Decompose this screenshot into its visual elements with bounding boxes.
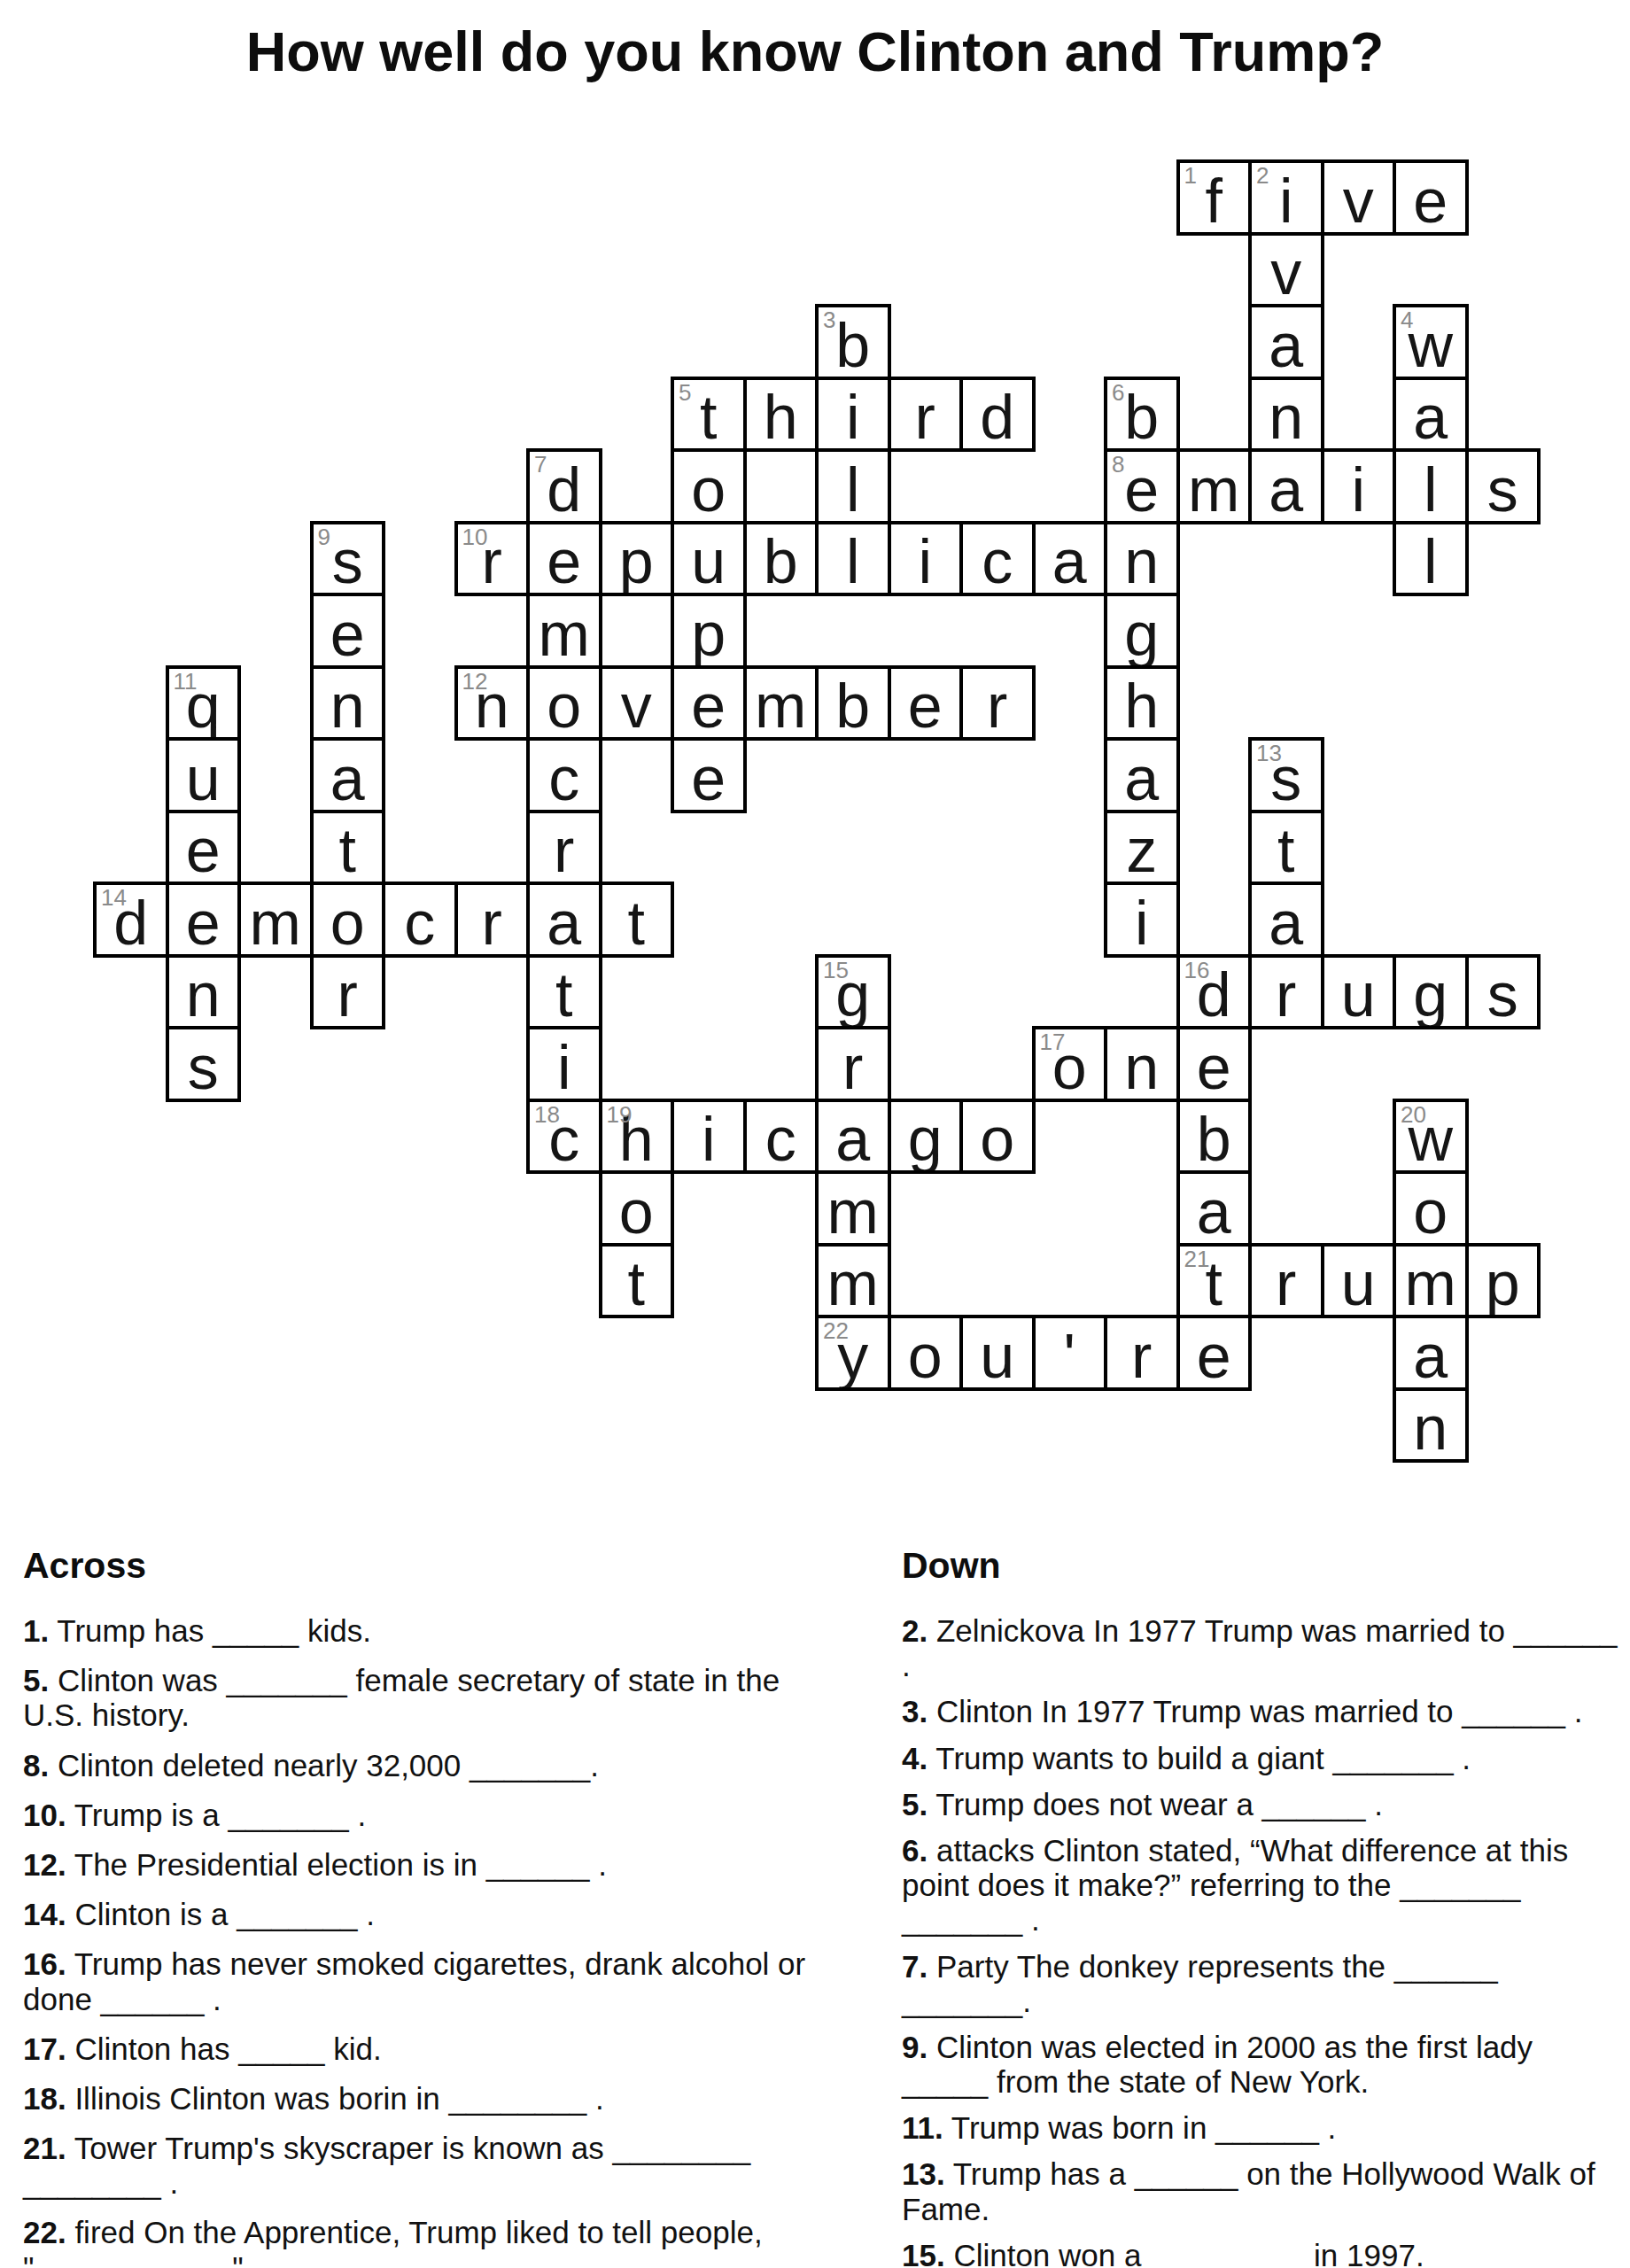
- cell-letter: o: [547, 675, 581, 737]
- cell-letter: r: [1276, 964, 1296, 1026]
- cell-number: 1: [1184, 164, 1197, 187]
- clue-text: Clinton was elected in 2000 as the first…: [902, 2030, 1533, 2099]
- cell-letter: e: [1124, 459, 1159, 521]
- clue-text: fired On the Apprentice, Trump liked to …: [23, 2215, 763, 2268]
- cell-number: 22: [823, 1319, 849, 1342]
- clue-number: 3.: [902, 1694, 928, 1728]
- cell-letter: o: [330, 892, 365, 954]
- cell-letter: i: [846, 386, 860, 448]
- cell-letter: l: [1424, 459, 1438, 521]
- cell-letter: n: [1413, 1397, 1448, 1459]
- cell-letter: e: [1413, 170, 1448, 232]
- grid-cell: e: [167, 812, 240, 884]
- cell-letter: f: [1206, 170, 1222, 232]
- grid-cell: e: [1394, 161, 1467, 234]
- grid-cell: m: [1394, 1245, 1467, 1317]
- grid-cell: s: [1467, 956, 1540, 1029]
- cell-letter: m: [827, 1181, 879, 1243]
- clue: 5. Trump does not wear a ______ .: [902, 1787, 1624, 1821]
- cell-number: 2: [1256, 164, 1269, 187]
- clue: 13. Trump has a ______ on the Hollywood …: [902, 2156, 1624, 2225]
- grid-cell: e: [312, 594, 384, 667]
- clue: 7. Party The donkey represents the _____…: [902, 1949, 1624, 2018]
- grid-cell: 17o: [1034, 1028, 1106, 1100]
- cell-letter: c: [548, 748, 579, 810]
- grid-cell: 21t: [1178, 1245, 1251, 1317]
- grid-cell: n: [1106, 1028, 1178, 1100]
- grid-cell: 8e: [1106, 450, 1178, 523]
- grid-cell: b: [745, 523, 818, 595]
- clue-number: 11.: [902, 2110, 943, 2145]
- grid-cell: r: [961, 667, 1034, 740]
- cell-letter: s: [1487, 964, 1518, 1026]
- grid-cell: r: [1250, 1245, 1323, 1317]
- grid-cell: 2i: [1250, 161, 1323, 234]
- clue-number: 15.: [902, 2238, 945, 2268]
- cell-letter: t: [1277, 819, 1294, 882]
- grid-cell: t: [528, 956, 601, 1029]
- cell-letter: i: [1351, 459, 1365, 521]
- cell-letter: m: [1405, 1253, 1456, 1315]
- down-clue-list: 2. Zelnickova In 1977 Trump was married …: [902, 1613, 1624, 2268]
- grid-cell: d: [961, 378, 1034, 451]
- grid-cell: o: [312, 883, 384, 956]
- cell-number: 4: [1401, 308, 1413, 331]
- grid-cell: v: [1250, 234, 1323, 307]
- cell-letter: p: [619, 531, 654, 593]
- clue: 2. Zelnickova In 1977 Trump was married …: [902, 1613, 1624, 1682]
- clue-text: Trump has never smoked cigarettes, drank…: [23, 1946, 805, 2016]
- grid-cell: 1f: [1178, 161, 1251, 234]
- grid-cell: ': [1034, 1317, 1106, 1389]
- grid-cell: s: [167, 1028, 240, 1100]
- grid-cell: l: [817, 450, 889, 523]
- cell-letter: r: [338, 964, 358, 1026]
- cell-letter: m: [755, 675, 806, 737]
- clue-number: 5.: [902, 1787, 928, 1821]
- cell-letter: o: [691, 459, 726, 521]
- clue: 1. Trump has _____ kids.: [23, 1613, 820, 1648]
- grid-cell: i: [1106, 883, 1178, 956]
- grid-cell: 10r: [456, 523, 529, 595]
- grid-cell: 3b: [817, 306, 889, 378]
- clue-number: 1.: [23, 1613, 49, 1648]
- cell-letter: d: [980, 386, 1014, 448]
- cell-letter: n: [1124, 531, 1159, 593]
- grid-cell: 14d: [95, 883, 167, 956]
- grid-cell: m: [745, 667, 818, 740]
- cell-letter: t: [700, 386, 717, 448]
- cell-number: 9: [318, 525, 330, 548]
- cell-letter: o: [908, 1325, 943, 1387]
- cell-letter: p: [1486, 1253, 1520, 1315]
- clue-number: 17.: [23, 2031, 66, 2066]
- grid-cell: n: [1394, 1389, 1467, 1462]
- cell-letter: b: [1197, 1108, 1231, 1170]
- clue-number: 16.: [23, 1946, 66, 1981]
- grid-cell: m: [817, 1245, 889, 1317]
- clue-number: 18.: [23, 2081, 66, 2116]
- grid-cell: 4w: [1394, 306, 1467, 378]
- cell-letter: g: [908, 1108, 943, 1170]
- cell-letter: r: [987, 675, 1007, 737]
- grid-cell: m: [817, 1172, 889, 1245]
- grid-cell: m: [239, 883, 312, 956]
- grid-cell: p: [672, 594, 745, 667]
- cell-letter: l: [846, 459, 860, 521]
- clue-text: Illinois Clinton was borin in ________ .: [74, 2081, 603, 2116]
- grid-cell: 18c: [528, 1100, 601, 1173]
- grid-cell: g: [1106, 594, 1178, 667]
- grid-cell: g: [1394, 956, 1467, 1029]
- grid-cell: r: [456, 883, 529, 956]
- grid-cell: n: [312, 667, 384, 740]
- clue-text: Trump wants to build a giant _______ .: [935, 1741, 1471, 1775]
- grid-cell: i: [889, 523, 962, 595]
- grid-cell: t: [601, 1245, 673, 1317]
- clue: 3. Clinton In 1977 Trump was married to …: [902, 1694, 1624, 1728]
- cell-letter: a: [1269, 315, 1303, 377]
- grid-cell: u: [961, 1317, 1034, 1389]
- cell-letter: c: [404, 892, 435, 954]
- cell-letter: t: [339, 819, 356, 882]
- grid-cell: 20w: [1394, 1100, 1467, 1173]
- cell-number: 15: [823, 959, 849, 982]
- cell-number: 8: [1112, 453, 1124, 476]
- cell-letter: c: [765, 1108, 796, 1170]
- clue-number: 9.: [902, 2030, 928, 2064]
- clue-text: Party The donkey represents the ______ _…: [902, 1949, 1498, 2018]
- cell-letter: e: [908, 675, 943, 737]
- cell-letter: n: [1269, 386, 1303, 448]
- grid-cell: n: [1250, 378, 1323, 451]
- cell-letter: l: [1424, 531, 1438, 593]
- grid-cell: 7d: [528, 450, 601, 523]
- cell-number: 18: [534, 1103, 560, 1126]
- cell-number: 12: [462, 670, 488, 693]
- grid-cell: a: [1250, 450, 1323, 523]
- grid-cell: r: [312, 956, 384, 1029]
- cell-letter: b: [1124, 386, 1159, 448]
- clue-number: 10.: [23, 1798, 66, 1832]
- clue-text: Clinton has _____ kid.: [74, 2031, 381, 2066]
- clue: 17. Clinton has _____ kid.: [23, 2031, 820, 2066]
- cell-number: 16: [1184, 959, 1210, 982]
- grid-cell: h: [745, 378, 818, 451]
- cell-letter: v: [1343, 170, 1374, 232]
- cell-letter: r: [482, 892, 502, 954]
- cell-number: 6: [1112, 381, 1124, 404]
- clue-text: Clinton deleted nearly 32,000 _______.: [58, 1748, 599, 1783]
- cell-letter: w: [1408, 315, 1453, 377]
- clue-text: The Presidential election is in ______ .: [74, 1847, 607, 1882]
- cell-letter: r: [842, 1037, 863, 1099]
- cell-letter: l: [846, 531, 860, 593]
- clue-number: 7.: [902, 1949, 928, 1984]
- grid-cell: t: [601, 883, 673, 956]
- cell-letter: m: [1188, 459, 1239, 521]
- grid-cell: t: [1250, 812, 1323, 884]
- grid-cell: a: [1178, 1172, 1251, 1245]
- grid-cell: i: [1323, 450, 1395, 523]
- grid-cell: m: [528, 594, 601, 667]
- cell-number: 7: [534, 453, 547, 476]
- clue-number: 8.: [23, 1748, 49, 1783]
- clue: 21. Tower Trump's skyscraper is known as…: [23, 2131, 820, 2200]
- across-heading: Across: [23, 1545, 820, 1587]
- clue-number: 6.: [902, 1833, 928, 1868]
- grid-cell: 12n: [456, 667, 529, 740]
- grid-cell: c: [961, 523, 1034, 595]
- cell-letter: a: [1269, 892, 1303, 954]
- cell-number: 20: [1401, 1103, 1426, 1126]
- clue-number: 5.: [23, 1663, 49, 1697]
- clue-number: 4.: [902, 1741, 928, 1775]
- clue: 15. Clinton won a _________ in 1997.: [902, 2238, 1624, 2268]
- cell-letter: o: [980, 1108, 1014, 1170]
- cell-letter: s: [332, 531, 363, 593]
- cell-letter: g: [1413, 964, 1448, 1026]
- cell-letter: a: [547, 892, 581, 954]
- grid-cell: l: [1394, 450, 1467, 523]
- cell-number: 19: [607, 1103, 633, 1126]
- cell-letter: i: [702, 1108, 716, 1170]
- cell-number: 3: [823, 308, 835, 331]
- grid-cell: r: [528, 812, 601, 884]
- grid-cell: z: [1106, 812, 1178, 884]
- cell-letter: s: [188, 1037, 219, 1099]
- grid-cell: 11q: [167, 667, 240, 740]
- clue-text: attacks Clinton stated, “What difference…: [902, 1833, 1568, 1937]
- grid-cell: e: [1178, 1317, 1251, 1389]
- cell-letter: r: [1131, 1325, 1152, 1387]
- cell-letter: u: [1341, 1253, 1376, 1315]
- clue-text: Trump was born in ______ .: [951, 2110, 1337, 2145]
- grid-cell: a: [528, 883, 601, 956]
- cell-letter: i: [1279, 170, 1293, 232]
- clue-text: Trump has a ______ on the Hollywood Walk…: [902, 2156, 1595, 2225]
- cell-letter: m: [827, 1253, 879, 1315]
- cell-letter: a: [1269, 459, 1303, 521]
- cell-letter: u: [980, 1325, 1014, 1387]
- cell-letter: v: [621, 675, 652, 737]
- grid-cell: o: [601, 1172, 673, 1245]
- cell-letter: u: [1341, 964, 1376, 1026]
- clue: 18. Illinois Clinton was borin in ______…: [23, 2081, 820, 2116]
- down-heading: Down: [902, 1545, 1624, 1587]
- grid-cell: g: [889, 1100, 962, 1173]
- cell-letter: i: [557, 1037, 571, 1099]
- cell-letter: e: [186, 819, 221, 882]
- cell-letter: n: [1124, 1037, 1159, 1099]
- cell-letter: a: [1197, 1181, 1231, 1243]
- cell-letter: e: [691, 748, 726, 810]
- clue: 6. attacks Clinton stated, “What differe…: [902, 1833, 1624, 1938]
- grid-cell: o: [672, 450, 745, 523]
- grid-cell: o: [889, 1317, 962, 1389]
- clue-text: Trump has _____ kids.: [57, 1613, 371, 1648]
- clue: 14. Clinton is a _______ .: [23, 1897, 820, 1931]
- grid-cell: l: [817, 523, 889, 595]
- grid-cell: u: [672, 523, 745, 595]
- cell-letter: b: [835, 315, 870, 377]
- clue-text: Zelnickova In 1977 Trump was married to …: [902, 1613, 1617, 1682]
- cell-number: 11: [174, 670, 198, 693]
- grid-cell: a: [1394, 1317, 1467, 1389]
- grid-cell: e: [167, 883, 240, 956]
- clue-text: Trump is a _______ .: [74, 1798, 366, 1832]
- clue-text: Tower Trump's skyscraper is known as ___…: [23, 2131, 750, 2200]
- cell-letter: r: [554, 819, 574, 882]
- crossword-grid: 1f2ivev3ba4w5third6bna7dol8emails9s10rep…: [95, 161, 1539, 1461]
- grid-cell: i: [528, 1028, 601, 1100]
- cell-letter: s: [1487, 459, 1518, 521]
- cell-letter: u: [186, 748, 221, 810]
- clue-text: Trump does not wear a ______ .: [935, 1787, 1383, 1821]
- cell-letter: i: [918, 531, 932, 593]
- grid-cell: c: [745, 1100, 818, 1173]
- grid-cell: p: [1467, 1245, 1540, 1317]
- cell-letter: a: [1124, 748, 1159, 810]
- grid-cell: n: [167, 956, 240, 1029]
- grid-cell: 16d: [1178, 956, 1251, 1029]
- cell-letter: m: [539, 603, 590, 665]
- cell-letter: d: [547, 459, 581, 521]
- cell-number: 17: [1040, 1030, 1066, 1053]
- grid-cell: b: [1178, 1100, 1251, 1173]
- grid-cell: l: [1394, 523, 1467, 595]
- cell-letter: o: [1413, 1181, 1448, 1243]
- grid-cell: r: [817, 1028, 889, 1100]
- grid-cell: 6b: [1106, 378, 1178, 451]
- grid-cell: e: [528, 523, 601, 595]
- grid-cell: a: [1106, 739, 1178, 812]
- grid-cell: u: [167, 739, 240, 812]
- crossword-worksheet: { "title": "How well do you know Clinton…: [0, 0, 1630, 2268]
- grid-cell: v: [601, 667, 673, 740]
- grid-cell: o: [528, 667, 601, 740]
- cell-letter: e: [691, 675, 726, 737]
- grid-cell: p: [601, 523, 673, 595]
- across-section: Across 1. Trump has _____ kids. 5. Clint…: [23, 1545, 820, 2268]
- grid-cell: a: [817, 1100, 889, 1173]
- grid-cell: a: [1394, 378, 1467, 451]
- clue-number: 14.: [23, 1897, 66, 1931]
- cell-letter: c: [982, 531, 1013, 593]
- grid-cell: a: [1250, 883, 1323, 956]
- clue: 16. Trump has never smoked cigarettes, d…: [23, 1946, 820, 2016]
- cell-letter: t: [555, 964, 572, 1026]
- cell-letter: e: [547, 531, 581, 593]
- grid-cell: a: [312, 739, 384, 812]
- cell-letter: h: [764, 386, 798, 448]
- clue-text: Clinton is a _______ .: [74, 1897, 375, 1931]
- grid-cell: r: [1250, 956, 1323, 1029]
- page-title: How well do you know Clinton and Trump?: [0, 19, 1630, 83]
- cell-letter: a: [835, 1108, 870, 1170]
- cell-number: 21: [1184, 1247, 1210, 1270]
- clue: 22. fired On the Apprentice, Trump liked…: [23, 2215, 820, 2268]
- grid-cell: o: [1394, 1172, 1467, 1245]
- clue: 10. Trump is a _______ .: [23, 1798, 820, 1832]
- cell-letter: n: [330, 675, 365, 737]
- clue: 8. Clinton deleted nearly 32,000 _______…: [23, 1748, 820, 1783]
- grid-cell: 9s: [312, 523, 384, 595]
- grid-cell: b: [817, 667, 889, 740]
- cell-number: 10: [462, 525, 488, 548]
- clue-text: Clinton was _______ female secretary of …: [23, 1663, 780, 1732]
- cell-letter: b: [835, 675, 870, 737]
- grid-cell: a: [1034, 523, 1106, 595]
- cell-letter: u: [691, 531, 726, 593]
- grid-cell: u: [1323, 1245, 1395, 1317]
- grid-cell: n: [1106, 523, 1178, 595]
- cell-letter: e: [1197, 1325, 1231, 1387]
- clue-number: 21.: [23, 2131, 66, 2165]
- cell-letter: z: [1126, 819, 1157, 882]
- cell-letter: g: [1124, 603, 1159, 665]
- grid-cell: 5t: [672, 378, 745, 451]
- grid-cell: r: [889, 378, 962, 451]
- across-clue-list: 1. Trump has _____ kids. 5. Clinton was …: [23, 1613, 820, 2268]
- grid-cell: a: [1250, 306, 1323, 378]
- cell-letter: b: [764, 531, 798, 593]
- cell-letter: r: [1276, 1253, 1296, 1315]
- cell-letter: a: [330, 748, 365, 810]
- grid-cell: v: [1323, 161, 1395, 234]
- grid-cell: m: [1178, 450, 1251, 523]
- grid-cell: 15g: [817, 956, 889, 1029]
- clue-text: Clinton won a _________ in 1997.: [953, 2238, 1424, 2268]
- cell-number: 13: [1256, 742, 1282, 765]
- grid-cell: o: [961, 1100, 1034, 1173]
- grid-cell: r: [1106, 1317, 1178, 1389]
- cell-letter: e: [1197, 1037, 1231, 1099]
- cell-letter: m: [250, 892, 301, 954]
- grid-cell: e: [672, 739, 745, 812]
- cell-letter: e: [186, 892, 221, 954]
- cell-letter: t: [628, 892, 645, 954]
- cell-letter: h: [1124, 675, 1159, 737]
- cell-letter: p: [691, 603, 726, 665]
- cell-letter: v: [1270, 242, 1301, 304]
- grid-cell: c: [384, 883, 456, 956]
- grid-cell: i: [672, 1100, 745, 1173]
- cell-letter: r: [915, 386, 935, 448]
- grid-cell: h: [1106, 667, 1178, 740]
- grid-cell: e: [889, 667, 962, 740]
- clue: 11. Trump was born in ______ .: [902, 2110, 1624, 2145]
- clue-number: 2.: [902, 1613, 928, 1648]
- grid-cell: s: [1467, 450, 1540, 523]
- grid-cell: e: [1178, 1028, 1251, 1100]
- cell-number: 14: [101, 886, 127, 909]
- clue-number: 12.: [23, 1847, 66, 1882]
- clue-number: 13.: [902, 2156, 945, 2191]
- clue: 12. The Presidential election is in ____…: [23, 1847, 820, 1882]
- grid-cell: 19h: [601, 1100, 673, 1173]
- grid-cell: e: [672, 667, 745, 740]
- grid-cell: i: [817, 378, 889, 451]
- grid-cell: 13s: [1250, 739, 1323, 812]
- grid-cell: t: [312, 812, 384, 884]
- clue: 4. Trump wants to build a giant _______ …: [902, 1741, 1624, 1775]
- grid-cell: 22y: [817, 1317, 889, 1389]
- clue-text: Clinton In 1977 Trump was married to ___…: [936, 1694, 1583, 1728]
- cell-letter: i: [1135, 892, 1149, 954]
- cell-number: 5: [679, 381, 691, 404]
- clue: 5. Clinton was _______ female secretary …: [23, 1663, 820, 1732]
